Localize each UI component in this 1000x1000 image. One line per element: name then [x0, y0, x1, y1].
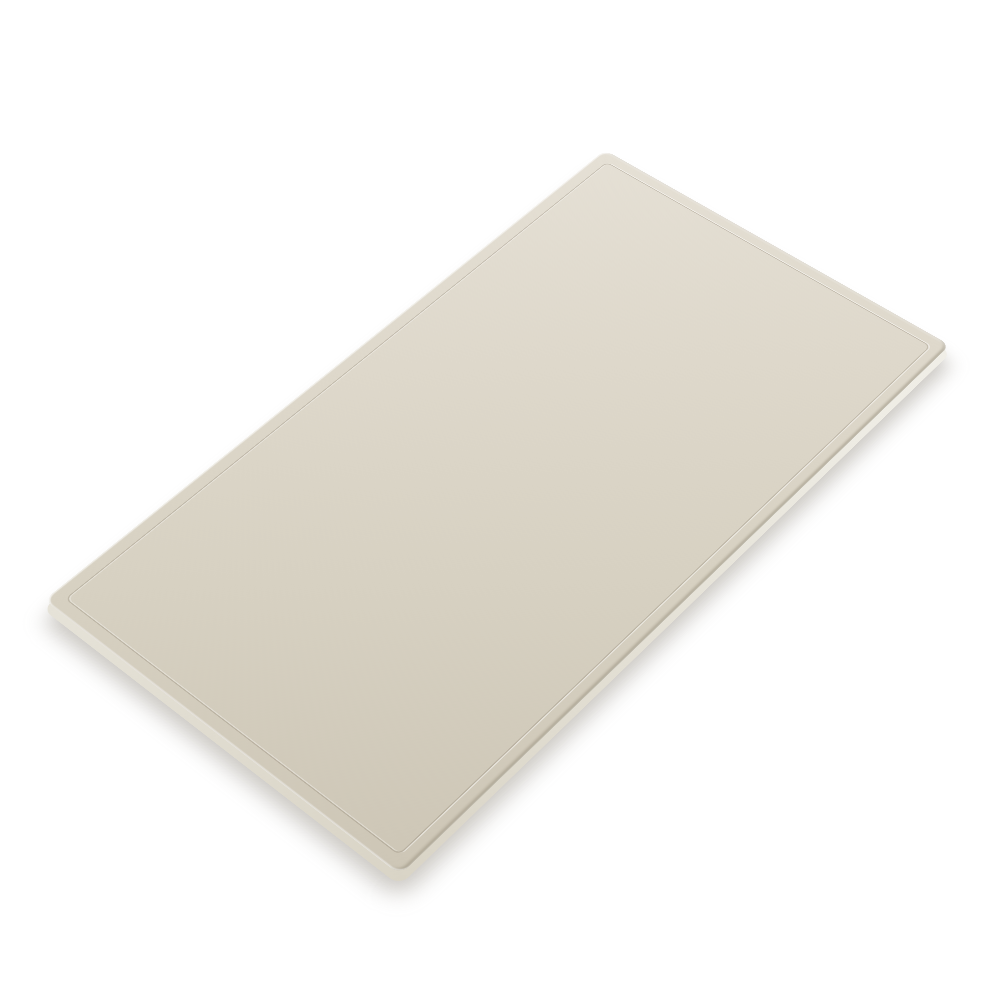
mould-scene	[44, 150, 950, 875]
product-photo-canvas	[0, 0, 1000, 1000]
mould-top-surface	[44, 150, 950, 875]
